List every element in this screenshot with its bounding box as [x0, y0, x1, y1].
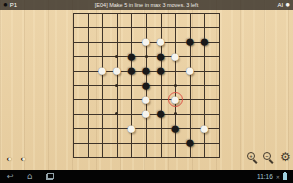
- star-point: [174, 112, 177, 115]
- battery-icon: [283, 173, 287, 180]
- zoom-in-handle: [253, 159, 258, 164]
- white-stone: ●: [109, 63, 124, 78]
- recent-apps-icon[interactable]: [46, 173, 54, 180]
- black-stone: ●: [168, 121, 183, 136]
- white-stone: ●: [182, 63, 197, 78]
- white-stone-glyph: ●: [22, 153, 26, 164]
- white-stone: ●: [139, 34, 154, 49]
- black-stone: ●: [153, 63, 168, 78]
- no-signal-icon: ✕: [276, 174, 280, 180]
- player-left-label: P1: [10, 0, 17, 10]
- star-point: [145, 55, 148, 58]
- player-left-chip: ● P1: [3, 0, 17, 10]
- star-point: [115, 55, 118, 58]
- white-stone-icon: ●: [285, 1, 290, 9]
- stone-pair-icon[interactable]: ●●: [3, 153, 15, 164]
- black-stone: ●: [182, 135, 197, 150]
- home-icon[interactable]: ⌂: [27, 170, 33, 183]
- clock: 11:16: [257, 173, 273, 180]
- system-nav-bar: ↩ ⌂ 11:16 ✕: [0, 170, 293, 183]
- black-stone: ●: [197, 34, 212, 49]
- app-screen: ● P1 AI ● [E04] Make 5 in line in max 3 …: [0, 0, 293, 183]
- zoom-out-icon[interactable]: −: [263, 152, 276, 165]
- white-stone: ●: [124, 121, 139, 136]
- star-point: [115, 112, 118, 115]
- back-icon[interactable]: ↩: [7, 170, 14, 183]
- gomoku-board[interactable]: ●●●●●●●●●●●●●●●●●●●●●●: [73, 13, 220, 158]
- white-stone: ●: [139, 106, 154, 121]
- black-stone: ●: [124, 63, 139, 78]
- black-stone: ●: [153, 106, 168, 121]
- zoom-out-handle: [269, 159, 274, 164]
- settings-gear-icon[interactable]: ⚙: [279, 150, 292, 164]
- white-stone: ●: [95, 63, 110, 78]
- star-point: [115, 84, 118, 87]
- white-stone-glyph: ●: [8, 153, 12, 164]
- stone-pair-icon[interactable]: ●●: [17, 153, 29, 164]
- white-stone: ●: [168, 49, 183, 64]
- zoom-in-icon[interactable]: +: [247, 152, 260, 165]
- white-stone: ●: [197, 121, 212, 136]
- last-move-white-stone: ●: [168, 92, 183, 107]
- top-bar: ● P1 AI ●: [0, 0, 293, 10]
- star-point: [174, 84, 177, 87]
- player-right-label: AI: [277, 0, 283, 10]
- player-right-chip: AI ●: [277, 0, 290, 10]
- black-stone: ●: [182, 34, 197, 49]
- black-stone-icon: ●: [3, 1, 8, 9]
